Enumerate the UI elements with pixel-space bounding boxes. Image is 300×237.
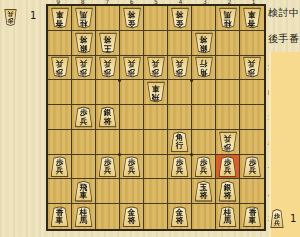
piece-face: 金将: [171, 8, 188, 27]
piece-kanji: 兵: [176, 59, 184, 67]
square-4-5[interactable]: [168, 105, 192, 130]
piece-kanji: 歩: [176, 67, 184, 75]
piece-kanji: 馬: [80, 9, 88, 17]
piece-kanji: 将: [200, 191, 208, 199]
piece-fuhyo-pawn-sente[interactable]: 歩兵: [218, 156, 237, 177]
piece-face: 桂馬: [75, 8, 92, 27]
piece-kanji: 将: [224, 191, 232, 199]
piece-hisha-rook-gote[interactable]: 飛車: [146, 82, 165, 103]
piece-face: 桂馬: [75, 207, 92, 226]
square-9-5[interactable]: [48, 105, 72, 130]
piece-face: 銀将: [99, 107, 116, 126]
piece-face: 歩兵: [51, 58, 68, 77]
piece-kinsho-gold-gote[interactable]: 金将: [122, 7, 141, 28]
piece-face: 歩兵: [219, 132, 236, 151]
square-3-8[interactable]: 玉将: [192, 179, 216, 204]
piece-kinsho-gold-sente[interactable]: 金将: [170, 206, 189, 227]
piece-ginsho-silver-sente[interactable]: 銀将: [98, 106, 117, 127]
piece-face: 香車: [244, 207, 261, 226]
piece-kanji: 金: [176, 18, 184, 26]
piece-face: 銀将: [75, 33, 92, 52]
piece-ginsho-silver-gote[interactable]: 銀将: [194, 32, 213, 53]
square-8-2[interactable]: 銀将: [72, 31, 96, 56]
piece-kyosha-lance-gote[interactable]: 香車: [50, 7, 69, 28]
square-5-8[interactable]: [144, 179, 168, 204]
square-6-2[interactable]: [120, 31, 144, 56]
piece-kanji: 桂: [224, 18, 232, 26]
piece-face: 金将: [123, 8, 140, 27]
square-3-9[interactable]: [192, 204, 216, 229]
piece-kanji: 兵: [80, 59, 88, 67]
square-7-6[interactable]: [96, 130, 120, 155]
piece-kanji: 金: [128, 18, 136, 26]
square-2-7[interactable]: 歩兵: [216, 155, 240, 180]
square-1-8[interactable]: [240, 179, 264, 204]
piece-face: 桂馬: [219, 8, 236, 27]
piece-fuhyo-pawn-gote[interactable]: 歩兵: [218, 131, 237, 152]
square-4-9[interactable]: 金将: [168, 204, 192, 229]
piece-kanji: 歩: [104, 67, 112, 75]
piece-face: 歩兵: [123, 58, 140, 77]
piece-kanji: 兵: [8, 11, 14, 17]
square-5-7[interactable]: [144, 155, 168, 180]
piece-kyosha-lance-gote[interactable]: 香車: [243, 7, 262, 28]
piece-gyokusho-king-sente[interactable]: 玉将: [194, 181, 213, 202]
square-1-3[interactable]: 歩兵: [240, 56, 264, 81]
piece-face: 飛車: [147, 83, 164, 102]
piece-face: 香車: [244, 8, 261, 27]
square-3-7[interactable]: 歩兵: [192, 155, 216, 180]
piece-kanji: 香: [56, 18, 64, 26]
square-2-1[interactable]: 桂馬: [216, 6, 240, 31]
square-3-3[interactable]: 角行: [192, 56, 216, 81]
square-4-7[interactable]: 歩兵: [168, 155, 192, 180]
square-8-5[interactable]: 歩兵: [72, 105, 96, 130]
square-8-3[interactable]: 歩兵: [72, 56, 96, 81]
piece-kyosha-lance-sente[interactable]: 香車: [50, 206, 69, 227]
piece-fuhyo-pawn-sente[interactable]: 歩兵: [122, 156, 141, 177]
square-3-6[interactable]: [192, 130, 216, 155]
piece-kanji: 車: [248, 9, 256, 17]
piece-fuhyo-pawn-gote[interactable]: 歩兵: [122, 57, 141, 78]
square-9-1[interactable]: 香車: [48, 6, 72, 31]
piece-kanji: 将: [104, 34, 112, 42]
piece-face: 歩兵: [244, 157, 261, 176]
piece-kanji: 兵: [152, 59, 160, 67]
piece-fuhyo-pawn-sente[interactable]: 歩兵: [74, 106, 93, 127]
square-5-4[interactable]: 飛車: [144, 80, 168, 105]
square-6-9[interactable]: 金将: [120, 204, 144, 229]
piece-kakugyo-bishop-sente[interactable]: 角行: [170, 131, 189, 152]
piece-kanji: 将: [200, 34, 208, 42]
square-8-7[interactable]: [72, 155, 96, 180]
square-3-1[interactable]: [192, 6, 216, 31]
piece-kanji: 将: [104, 117, 112, 125]
piece-kanji: 兵: [128, 59, 136, 67]
piece-face: 歩兵: [99, 58, 116, 77]
piece-face: 銀将: [195, 33, 212, 52]
piece-face: 銀将: [219, 182, 236, 201]
square-3-5[interactable]: [192, 105, 216, 130]
piece-face: 角行: [171, 132, 188, 151]
square-6-7[interactable]: 歩兵: [120, 155, 144, 180]
piece-face: 歩兵: [5, 10, 16, 25]
piece-fuhyo-pawn-gote[interactable]: 歩兵: [243, 57, 262, 78]
piece-kanji: 兵: [274, 220, 280, 226]
piece-kanji: 歩: [8, 17, 14, 23]
piece-fuhyo-pawn-sente[interactable]: 歩兵: [50, 156, 69, 177]
piece-kanji: 将: [176, 217, 184, 225]
square-1-4[interactable]: [240, 80, 264, 105]
sente-hand-count: 1: [290, 213, 296, 224]
piece-fuhyo-pawn-sente[interactable]: 歩兵: [194, 156, 213, 177]
piece-face: 歩兵: [271, 210, 283, 227]
piece-kanji: 兵: [176, 167, 184, 175]
piece-ginsho-silver-sente[interactable]: 銀将: [218, 181, 237, 202]
piece-face: 歩兵: [195, 157, 212, 176]
square-6-3[interactable]: 歩兵: [120, 56, 144, 81]
piece-keima-knight-sente[interactable]: 桂馬: [218, 206, 237, 227]
piece-keima-knight-gote[interactable]: 桂馬: [218, 7, 237, 28]
piece-face: 香車: [51, 207, 68, 226]
piece-kanji: 兵: [200, 167, 208, 175]
square-1-2[interactable]: [240, 31, 264, 56]
piece-hisha-rook-sente[interactable]: 飛車: [74, 181, 93, 202]
piece-face: 歩兵: [147, 58, 164, 77]
piece-face: 歩兵: [171, 58, 188, 77]
piece-kanji: 車: [248, 217, 256, 225]
square-8-9[interactable]: 桂馬: [72, 204, 96, 229]
piece-kanji: 香: [248, 18, 256, 26]
piece-kanji: 車: [80, 191, 88, 199]
square-4-8[interactable]: [168, 179, 192, 204]
square-1-7[interactable]: 歩兵: [240, 155, 264, 180]
square-7-2[interactable]: 王将: [96, 31, 120, 56]
square-2-2[interactable]: [216, 31, 240, 56]
piece-fuhyo-pawn-sente[interactable]: 歩兵: [170, 156, 189, 177]
piece-fuhyo-pawn-gote[interactable]: 歩兵: [146, 57, 165, 78]
square-7-9[interactable]: [96, 204, 120, 229]
piece-face: 金将: [171, 207, 188, 226]
square-7-5[interactable]: 銀将: [96, 105, 120, 130]
piece-kanji: 飛: [152, 92, 160, 100]
square-1-9[interactable]: 香車: [240, 204, 264, 229]
square-1-5[interactable]: [240, 105, 264, 130]
square-9-8[interactable]: [48, 179, 72, 204]
piece-kyosha-lance-sente[interactable]: 香車: [243, 206, 262, 227]
piece-kanji: 角: [200, 67, 208, 75]
piece-kanji: 行: [200, 59, 208, 67]
piece-kanji: 車: [56, 9, 64, 17]
piece-fuhyo-pawn-sente[interactable]: 歩兵: [243, 156, 262, 177]
square-2-4[interactable]: [216, 80, 240, 105]
square-4-6[interactable]: 角行: [168, 130, 192, 155]
piece-face: 玉将: [195, 182, 212, 201]
square-8-4[interactable]: [72, 80, 96, 105]
square-2-6[interactable]: 歩兵: [216, 130, 240, 155]
piece-ginsho-silver-gote[interactable]: 銀将: [74, 32, 93, 53]
piece-fuhyo-pawn-gote[interactable]: 歩兵: [74, 57, 93, 78]
square-4-3[interactable]: 歩兵: [168, 56, 192, 81]
piece-kanji: 馬: [224, 9, 232, 17]
piece-kanji: 兵: [224, 167, 232, 175]
piece-face: 歩兵: [123, 157, 140, 176]
square-5-1[interactable]: [144, 6, 168, 31]
square-9-9[interactable]: 香車: [48, 204, 72, 229]
piece-keima-knight-gote[interactable]: 桂馬: [74, 7, 93, 28]
piece-kanji: 兵: [104, 59, 112, 67]
status-label: 検討中: [268, 6, 300, 20]
piece-kanji: 行: [176, 142, 184, 150]
turn-indicator: 後手番: [268, 32, 300, 46]
square-8-6[interactable]: [72, 130, 96, 155]
piece-kanji: 歩: [56, 67, 64, 75]
piece-keima-knight-sente[interactable]: 桂馬: [74, 206, 93, 227]
square-9-4[interactable]: [48, 80, 72, 105]
piece-kanji: 馬: [224, 217, 232, 225]
piece-kanji: 兵: [248, 167, 256, 175]
piece-face: 歩兵: [219, 157, 236, 176]
square-9-7[interactable]: 歩兵: [48, 155, 72, 180]
shogi-board[interactable]: 香車桂馬金将金将桂馬香車銀将王将銀将歩兵歩兵歩兵歩兵歩兵歩兵角行歩兵飛車歩兵銀将…: [46, 4, 266, 231]
piece-kanji: 車: [56, 217, 64, 225]
piece-face: 香車: [51, 8, 68, 27]
square-5-3[interactable]: 歩兵: [144, 56, 168, 81]
piece-fuhyo-pawn-gote[interactable]: 歩兵: [170, 57, 189, 78]
square-4-4[interactable]: [168, 80, 192, 105]
piece-kanji: 兵: [128, 167, 136, 175]
piece-kanji: 歩: [128, 67, 136, 75]
piece-face: 歩兵: [75, 58, 92, 77]
square-6-8[interactable]: [120, 179, 144, 204]
sente-hand-tray: [269, 52, 300, 237]
square-8-8[interactable]: 飛車: [72, 179, 96, 204]
piece-face: 歩兵: [51, 157, 68, 176]
piece-osho-king-gote[interactable]: 王将: [98, 32, 117, 53]
piece-kanji: 将: [80, 34, 88, 42]
piece-fuhyo-pawn-gote[interactable]: 歩兵: [4, 9, 17, 26]
piece-kanji: 兵: [224, 133, 232, 141]
piece-kinsho-gold-sente[interactable]: 金将: [122, 206, 141, 227]
gote-hand-count: 1: [30, 10, 36, 21]
square-3-2[interactable]: 銀将: [192, 31, 216, 56]
piece-face: 歩兵: [244, 58, 261, 77]
square-6-6[interactable]: [120, 130, 144, 155]
piece-fuhyo-pawn-gote[interactable]: 歩兵: [98, 57, 117, 78]
square-2-5[interactable]: [216, 105, 240, 130]
piece-kanji: 車: [152, 84, 160, 92]
square-9-3[interactable]: 歩兵: [48, 56, 72, 81]
square-6-4[interactable]: [120, 80, 144, 105]
piece-face: 桂馬: [219, 207, 236, 226]
square-5-6[interactable]: [144, 130, 168, 155]
piece-kanji: 将: [128, 217, 136, 225]
piece-fuhyo-pawn-gote[interactable]: 歩兵: [50, 57, 69, 78]
square-5-9[interactable]: [144, 204, 168, 229]
piece-kakugyo-bishop-gote[interactable]: 角行: [194, 57, 213, 78]
square-4-1[interactable]: 金将: [168, 6, 192, 31]
square-9-6[interactable]: [48, 130, 72, 155]
piece-face: 歩兵: [75, 107, 92, 126]
piece-kanji: 歩: [248, 67, 256, 75]
piece-kanji: 兵: [56, 59, 64, 67]
piece-kanji: 歩: [152, 67, 160, 75]
square-7-3[interactable]: 歩兵: [96, 56, 120, 81]
square-7-1[interactable]: [96, 6, 120, 31]
square-7-7[interactable]: 歩兵: [96, 155, 120, 180]
square-8-1[interactable]: 桂馬: [72, 6, 96, 31]
square-2-8[interactable]: 銀将: [216, 179, 240, 204]
piece-face: 歩兵: [171, 157, 188, 176]
piece-kanji: 将: [176, 9, 184, 17]
square-3-4[interactable]: [192, 80, 216, 105]
piece-face: 歩兵: [99, 157, 116, 176]
piece-face: 飛車: [75, 182, 92, 201]
square-5-5[interactable]: [144, 105, 168, 130]
square-1-1[interactable]: 香車: [240, 6, 264, 31]
square-6-1[interactable]: 金将: [120, 6, 144, 31]
piece-kanji: 歩: [80, 67, 88, 75]
piece-kanji: 兵: [248, 59, 256, 67]
piece-kanji: 兵: [104, 167, 112, 175]
piece-kanji: 兵: [56, 167, 64, 175]
piece-fuhyo-pawn-sente[interactable]: 歩兵: [98, 156, 117, 177]
square-6-5[interactable]: [120, 105, 144, 130]
piece-kanji: 兵: [80, 117, 88, 125]
square-2-3[interactable]: [216, 56, 240, 81]
piece-face: 金将: [123, 207, 140, 226]
square-7-4[interactable]: [96, 80, 120, 105]
piece-kanji: 歩: [224, 142, 232, 150]
piece-kinsho-gold-gote[interactable]: 金将: [170, 7, 189, 28]
piece-kanji: 将: [128, 9, 136, 17]
piece-kanji: 桂: [80, 18, 88, 26]
piece-face: 角行: [195, 58, 212, 77]
square-2-9[interactable]: 桂馬: [216, 204, 240, 229]
square-4-2[interactable]: [168, 31, 192, 56]
square-9-2[interactable]: [48, 31, 72, 56]
square-7-8[interactable]: [96, 179, 120, 204]
piece-kanji: 馬: [80, 217, 88, 225]
square-1-6[interactable]: [240, 130, 264, 155]
square-5-2[interactable]: [144, 31, 168, 56]
piece-face: 王将: [99, 33, 116, 52]
